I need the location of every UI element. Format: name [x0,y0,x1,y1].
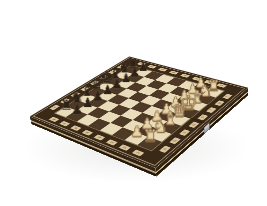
coord-rank-right-8: 8 [137,62,146,66]
coord-file-top-a: a [49,105,60,110]
coord-rank-left-6: 6 [70,125,81,131]
coord-rank-left-7: 7 [59,121,70,127]
coord-rank-right-2: 2 [204,80,214,84]
coord-rank-left-1: 1 [132,150,145,157]
coord-file-top-d: d [80,86,90,91]
board-wrap: ♜♞♝♛♚♝♞♜♟♟♟♟♟♟♟♟♟♟♟♟♟♟♟♟♜♞♝♛♚♝♞♜ aa88bb7… [30,56,248,168]
coord-rank-left-4: 4 [94,134,106,140]
piece-black-rook: ♜ [126,48,139,69]
coord-rank-right-4: 4 [180,74,190,78]
product-photo-chess-set: ♜♞♝♛♚♝♞♜♟♟♟♟♟♟♟♟♟♟♟♟♟♟♟♟♜♞♝♛♚♝♞♜ aa88bb7… [0,0,267,206]
coord-file-top-e: e [90,81,100,86]
coord-file-top-b: b [60,98,70,103]
coord-rank-left-8: 8 [49,117,60,122]
coord-file-top-g: g [108,70,117,74]
coord-rank-right-6: 6 [158,68,168,72]
coord-file-bottom-c: c [179,129,190,136]
coord-file-bottom-h: h [222,94,232,99]
coord-rank-left-2: 2 [119,144,131,151]
coord-file-bottom-a: a [159,146,171,153]
coord-file-bottom-b: b [169,137,181,144]
coord-file-top-f: f [99,75,108,80]
coord-rank-right-5: 5 [169,71,179,75]
chess-board: ♜♞♝♛♚♝♞♜♟♟♟♟♟♟♟♟♟♟♟♟♟♟♟♟♜♞♝♛♚♝♞♜ aa88bb7… [30,56,248,168]
coord-rank-right-1: 1 [216,83,227,88]
coord-file-bottom-g: g [214,100,224,106]
coord-file-bottom-f: f [206,107,216,113]
coord-file-bottom-e: e [197,114,208,120]
metal-clasp-icon [204,122,210,134]
coord-rank-left-5: 5 [82,130,93,136]
coord-rank-left-3: 3 [106,139,118,145]
scene: ♜♞♝♛♚♝♞♜♟♟♟♟♟♟♟♟♟♟♟♟♟♟♟♟♜♞♝♛♚♝♞♜ aa88bb7… [0,0,267,206]
coord-file-bottom-d: d [188,122,199,128]
coord-rank-right-3: 3 [192,77,202,81]
coord-rank-right-7: 7 [147,65,157,69]
coord-file-top-h: h [117,64,126,68]
square-b5 [99,112,121,123]
coord-file-top-c: c [70,92,80,97]
square-f1: ♝ [186,100,208,111]
